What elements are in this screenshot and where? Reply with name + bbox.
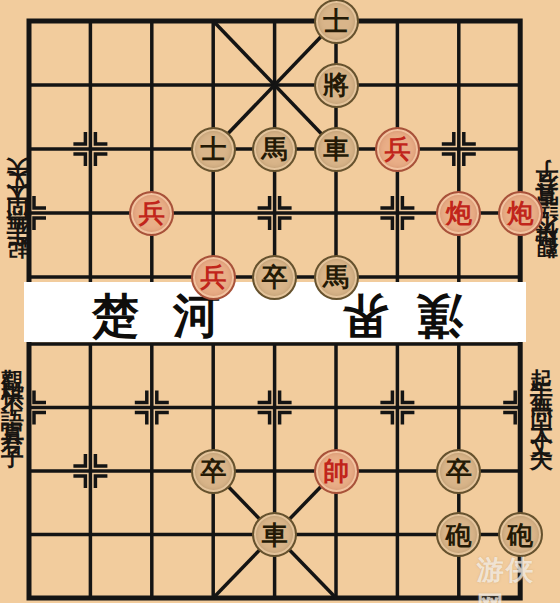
piece-red-cannon[interactable]: 炮 bbox=[436, 191, 481, 236]
piece-black-chariot[interactable]: 車 bbox=[314, 127, 359, 172]
piece-black-horse[interactable]: 馬 bbox=[252, 127, 297, 172]
piece-red-general[interactable]: 帥 bbox=[314, 449, 359, 494]
xiangqi-board-screenshot: 起手無回大丈夫 觀棋不語真君子 觀棋不語真君子 起手無回大丈夫 楚河 漢界 士將… bbox=[0, 0, 560, 603]
piece-black-advisor[interactable]: 士 bbox=[191, 127, 236, 172]
piece-red-soldier[interactable]: 兵 bbox=[191, 255, 236, 300]
piece-black-general[interactable]: 將 bbox=[314, 63, 359, 108]
piece-black-horse[interactable]: 馬 bbox=[314, 255, 359, 300]
watermark: 游侠网 bbox=[477, 552, 560, 603]
piece-black-cannon[interactable]: 砲 bbox=[436, 512, 481, 557]
piece-black-chariot[interactable]: 車 bbox=[252, 512, 297, 557]
piece-black-soldier[interactable]: 卒 bbox=[252, 255, 297, 300]
piece-black-cannon[interactable]: 砲 bbox=[498, 512, 543, 557]
piece-red-cannon[interactable]: 炮 bbox=[498, 191, 543, 236]
piece-black-soldier[interactable]: 卒 bbox=[436, 449, 481, 494]
piece-black-advisor[interactable]: 士 bbox=[314, 0, 359, 44]
piece-red-soldier[interactable]: 兵 bbox=[375, 127, 420, 172]
piece-red-soldier[interactable]: 兵 bbox=[129, 191, 174, 236]
pieces-layer: 士將士馬車兵兵炮炮兵卒馬卒帥卒車砲砲 bbox=[0, 0, 560, 603]
piece-black-soldier[interactable]: 卒 bbox=[191, 449, 236, 494]
